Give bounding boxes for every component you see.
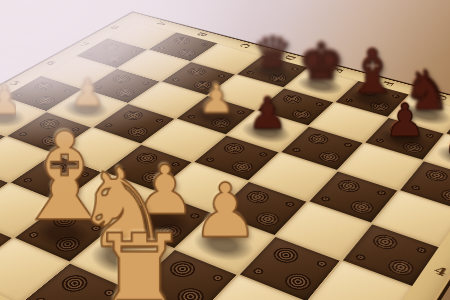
chessboard: ♛♚♝♞♜♟♟♟♟♟♟♟♟♝♞♚♜ AABBCCDDEEFFGGHH112233… xyxy=(0,11,450,300)
pawn-icon: ♟ xyxy=(192,176,259,247)
pawn-icon: ♟ xyxy=(384,98,425,141)
rook-icon: ♜ xyxy=(88,223,191,300)
pawn-icon: ♟ xyxy=(70,75,104,111)
pawn-icon: ♟ xyxy=(442,112,450,160)
king-icon: ♚ xyxy=(298,38,345,88)
chessboard-photo: ♛♚♝♞♜♟♟♟♟♟♟♟♟♝♞♚♜ AABBCCDDEEFFGGHH112233… xyxy=(0,0,450,300)
pawn-icon: ♟ xyxy=(248,93,287,135)
square-f1: ♜ xyxy=(83,290,195,300)
board-grid: ♛♚♝♞♜♟♟♟♟♟♟♟♟♝♞♚♜ xyxy=(0,22,450,300)
pawn-icon: ♟ xyxy=(198,80,234,118)
king-icon: ♚ xyxy=(0,135,14,249)
